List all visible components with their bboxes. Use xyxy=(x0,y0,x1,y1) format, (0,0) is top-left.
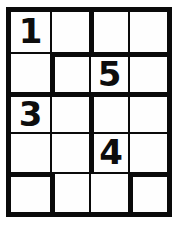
grid-cell-r5c3[interactable] xyxy=(89,172,128,212)
grid-cell-r5c4[interactable] xyxy=(128,172,167,212)
grid-cell-r4c3[interactable]: 4 xyxy=(89,132,128,172)
puzzle-page: 1534 xyxy=(0,7,184,227)
grid-cell-r3c2[interactable] xyxy=(50,92,89,132)
grid-cell-r1c4[interactable] xyxy=(128,12,167,52)
grid-cell-r4c4[interactable] xyxy=(128,132,167,172)
grid-cell-r4c2[interactable] xyxy=(50,132,89,172)
grid-cell-r1c2[interactable] xyxy=(50,12,89,52)
grid-cell-r1c1[interactable]: 1 xyxy=(11,12,50,52)
grid-cell-r2c1[interactable] xyxy=(11,52,50,92)
grid-cell-r5c1[interactable] xyxy=(11,172,50,212)
given-digit: 5 xyxy=(98,57,122,91)
grid-cell-r3c3[interactable] xyxy=(89,92,128,132)
grid-cell-r4c1[interactable] xyxy=(11,132,50,172)
given-digit: 3 xyxy=(19,97,43,131)
grid-cell-r3c1[interactable]: 3 xyxy=(11,92,50,132)
grid-cell-r5c2[interactable] xyxy=(50,172,89,212)
grid-cell-r2c2[interactable] xyxy=(50,52,89,92)
grid-cell-r3c4[interactable] xyxy=(128,92,167,132)
grid-cell-r2c4[interactable] xyxy=(128,52,167,92)
grid-cell-r2c3[interactable]: 5 xyxy=(89,52,128,92)
given-digit: 4 xyxy=(99,135,123,169)
grid-cell-r1c3[interactable] xyxy=(89,12,128,52)
given-digit: 1 xyxy=(19,14,43,48)
puzzle-board: 1534 xyxy=(6,7,172,217)
